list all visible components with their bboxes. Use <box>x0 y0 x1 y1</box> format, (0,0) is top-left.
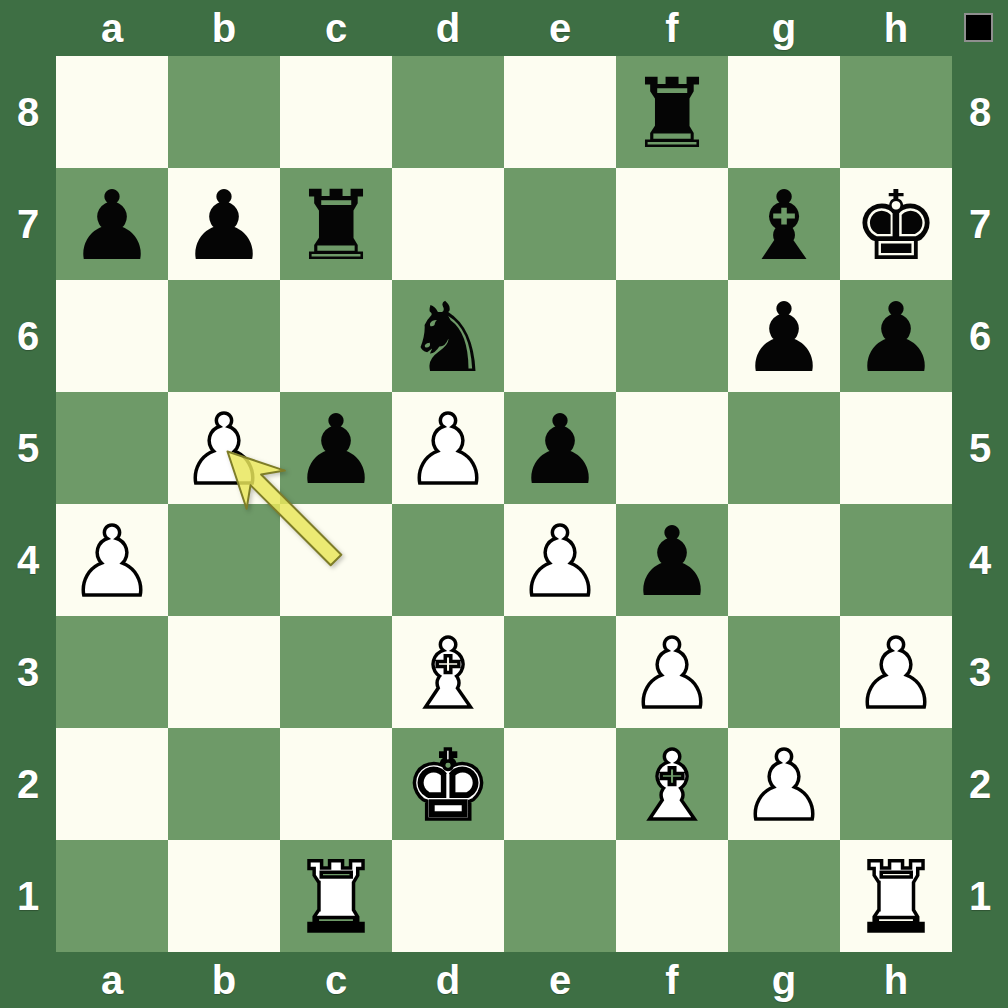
piece-white-rook[interactable]: ♜ <box>853 850 939 946</box>
square-f8[interactable]: ♜ <box>616 56 728 168</box>
square-c6[interactable] <box>280 280 392 392</box>
rank-label-right-1: 1 <box>952 840 1008 952</box>
square-e5[interactable]: ♟ <box>504 392 616 504</box>
square-e6[interactable] <box>504 280 616 392</box>
piece-white-bishop[interactable]: ♝ <box>405 626 491 722</box>
square-b1[interactable] <box>168 840 280 952</box>
square-f7[interactable] <box>616 168 728 280</box>
square-h1[interactable]: ♜ <box>840 840 952 952</box>
piece-white-pawn[interactable]: ♟ <box>517 514 603 610</box>
square-d2[interactable]: ♚ <box>392 728 504 840</box>
piece-black-pawn[interactable]: ♟ <box>293 402 379 498</box>
side-to-move-indicator <box>964 13 993 42</box>
piece-white-king[interactable]: ♚ <box>405 738 491 834</box>
square-h7[interactable]: ♚ <box>840 168 952 280</box>
file-label-top-d: d <box>392 0 504 56</box>
piece-white-pawn[interactable]: ♟ <box>405 402 491 498</box>
square-h2[interactable] <box>840 728 952 840</box>
square-d1[interactable] <box>392 840 504 952</box>
square-g5[interactable] <box>728 392 840 504</box>
square-e8[interactable] <box>504 56 616 168</box>
square-b3[interactable] <box>168 616 280 728</box>
square-d5[interactable]: ♟ <box>392 392 504 504</box>
file-label-bottom-e: e <box>504 952 616 1008</box>
square-b6[interactable] <box>168 280 280 392</box>
square-a2[interactable] <box>56 728 168 840</box>
square-c2[interactable] <box>280 728 392 840</box>
piece-white-pawn[interactable]: ♟ <box>181 402 267 498</box>
piece-white-pawn[interactable]: ♟ <box>741 738 827 834</box>
rank-label-left-4: 4 <box>0 504 56 616</box>
square-g6[interactable]: ♟ <box>728 280 840 392</box>
file-label-top-f: f <box>616 0 728 56</box>
piece-black-rook[interactable]: ♜ <box>293 178 379 274</box>
square-g7[interactable]: ♝ <box>728 168 840 280</box>
square-a8[interactable] <box>56 56 168 168</box>
square-h5[interactable] <box>840 392 952 504</box>
square-h3[interactable]: ♟ <box>840 616 952 728</box>
square-g8[interactable] <box>728 56 840 168</box>
rank-label-left-7: 7 <box>0 168 56 280</box>
square-f5[interactable] <box>616 392 728 504</box>
square-a5[interactable] <box>56 392 168 504</box>
square-d8[interactable] <box>392 56 504 168</box>
rank-label-left-8: 8 <box>0 56 56 168</box>
square-a6[interactable] <box>56 280 168 392</box>
file-label-top-g: g <box>728 0 840 56</box>
piece-black-pawn[interactable]: ♟ <box>853 290 939 386</box>
rank-label-right-7: 7 <box>952 168 1008 280</box>
piece-white-pawn[interactable]: ♟ <box>853 626 939 722</box>
rank-label-left-1: 1 <box>0 840 56 952</box>
file-label-bottom-b: b <box>168 952 280 1008</box>
square-a1[interactable] <box>56 840 168 952</box>
square-b8[interactable] <box>168 56 280 168</box>
rank-label-left-5: 5 <box>0 392 56 504</box>
piece-black-king[interactable]: ♚ <box>853 178 939 274</box>
file-label-bottom-h: h <box>840 952 952 1008</box>
piece-black-pawn[interactable]: ♟ <box>69 178 155 274</box>
square-f1[interactable] <box>616 840 728 952</box>
rank-label-left-3: 3 <box>0 616 56 728</box>
square-b5[interactable]: ♟ <box>168 392 280 504</box>
square-e3[interactable] <box>504 616 616 728</box>
square-b2[interactable] <box>168 728 280 840</box>
square-c1[interactable]: ♜ <box>280 840 392 952</box>
rank-label-left-6: 6 <box>0 280 56 392</box>
square-f3[interactable]: ♟ <box>616 616 728 728</box>
square-f6[interactable] <box>616 280 728 392</box>
rank-label-right-3: 3 <box>952 616 1008 728</box>
file-label-bottom-c: c <box>280 952 392 1008</box>
square-e1[interactable] <box>504 840 616 952</box>
file-label-top-c: c <box>280 0 392 56</box>
piece-white-bishop[interactable]: ♝ <box>629 738 715 834</box>
square-g4[interactable] <box>728 504 840 616</box>
square-c8[interactable] <box>280 56 392 168</box>
rank-label-right-6: 6 <box>952 280 1008 392</box>
square-f4[interactable]: ♟ <box>616 504 728 616</box>
square-h6[interactable]: ♟ <box>840 280 952 392</box>
square-e7[interactable] <box>504 168 616 280</box>
chess-board: ♜♟♟♜♝♚♞♟♟♟♟♟♟♟♟♟♝♟♟♚♝♟♜♜ <box>56 56 952 952</box>
piece-black-pawn[interactable]: ♟ <box>629 514 715 610</box>
square-e4[interactable]: ♟ <box>504 504 616 616</box>
square-c4[interactable] <box>280 504 392 616</box>
piece-black-pawn[interactable]: ♟ <box>517 402 603 498</box>
piece-white-rook[interactable]: ♜ <box>293 850 379 946</box>
square-c7[interactable]: ♜ <box>280 168 392 280</box>
square-b4[interactable] <box>168 504 280 616</box>
square-a7[interactable]: ♟ <box>56 168 168 280</box>
piece-black-pawn[interactable]: ♟ <box>181 178 267 274</box>
rank-label-right-4: 4 <box>952 504 1008 616</box>
square-d6[interactable]: ♞ <box>392 280 504 392</box>
piece-black-rook[interactable]: ♜ <box>629 66 715 162</box>
square-g3[interactable] <box>728 616 840 728</box>
file-label-bottom-d: d <box>392 952 504 1008</box>
square-h8[interactable] <box>840 56 952 168</box>
square-h4[interactable] <box>840 504 952 616</box>
file-label-top-b: b <box>168 0 280 56</box>
piece-black-pawn[interactable]: ♟ <box>741 290 827 386</box>
square-f2[interactable]: ♝ <box>616 728 728 840</box>
square-g2[interactable]: ♟ <box>728 728 840 840</box>
square-g1[interactable] <box>728 840 840 952</box>
piece-white-pawn[interactable]: ♟ <box>629 626 715 722</box>
piece-black-bishop[interactable]: ♝ <box>741 178 827 274</box>
file-label-top-h: h <box>840 0 952 56</box>
square-b7[interactable]: ♟ <box>168 168 280 280</box>
piece-white-pawn[interactable]: ♟ <box>69 514 155 610</box>
square-e2[interactable] <box>504 728 616 840</box>
file-label-top-a: a <box>56 0 168 56</box>
piece-black-knight[interactable]: ♞ <box>405 290 491 386</box>
square-d7[interactable] <box>392 168 504 280</box>
file-label-bottom-f: f <box>616 952 728 1008</box>
rank-label-right-2: 2 <box>952 728 1008 840</box>
rank-label-right-8: 8 <box>952 56 1008 168</box>
square-a3[interactable] <box>56 616 168 728</box>
square-c5[interactable]: ♟ <box>280 392 392 504</box>
rank-label-right-5: 5 <box>952 392 1008 504</box>
square-d3[interactable]: ♝ <box>392 616 504 728</box>
square-a4[interactable]: ♟ <box>56 504 168 616</box>
file-label-bottom-a: a <box>56 952 168 1008</box>
rank-label-left-2: 2 <box>0 728 56 840</box>
square-d4[interactable] <box>392 504 504 616</box>
file-label-top-e: e <box>504 0 616 56</box>
square-c3[interactable] <box>280 616 392 728</box>
file-label-bottom-g: g <box>728 952 840 1008</box>
